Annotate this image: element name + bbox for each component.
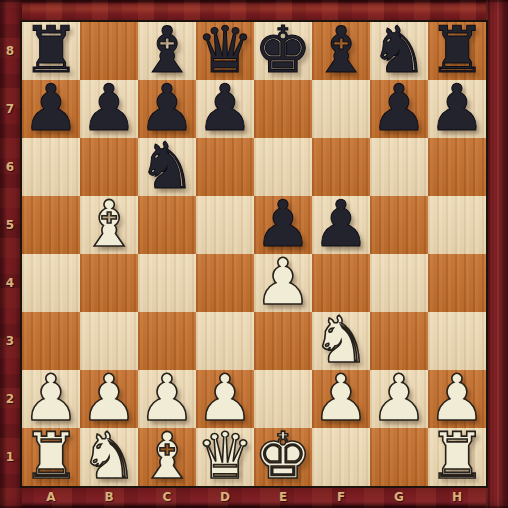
- white-queen-d1[interactable]: ♛: [196, 427, 254, 485]
- rank-label-1: 1: [0, 428, 20, 486]
- square-g7[interactable]: ♟: [370, 80, 428, 138]
- square-a1[interactable]: ♜: [22, 428, 80, 486]
- square-a4[interactable]: [22, 254, 80, 312]
- square-h1[interactable]: ♜: [428, 428, 486, 486]
- square-d5[interactable]: [196, 196, 254, 254]
- square-g1[interactable]: [370, 428, 428, 486]
- file-labels: ABCDEFGH: [22, 486, 486, 508]
- square-c1[interactable]: ♝: [138, 428, 196, 486]
- rank-label-3: 3: [0, 312, 20, 370]
- black-pawn-f5[interactable]: ♟: [312, 195, 370, 253]
- square-h7[interactable]: ♟: [428, 80, 486, 138]
- rank-label-6: 6: [0, 138, 20, 196]
- white-rook-h1[interactable]: ♜: [428, 427, 486, 485]
- black-pawn-a7[interactable]: ♟: [22, 79, 80, 137]
- square-b4[interactable]: [80, 254, 138, 312]
- white-pawn-e4[interactable]: ♟: [254, 253, 312, 311]
- black-pawn-h7[interactable]: ♟: [428, 79, 486, 137]
- white-king-e1[interactable]: ♚: [254, 427, 312, 485]
- square-c4[interactable]: [138, 254, 196, 312]
- file-label-d: D: [196, 486, 254, 508]
- board-border: ♜♝♛♚♝♞♜♟♟♟♟♟♟♞♝♟♟♟♞♟♟♟♟♟♟♟♜♞♝♛♚♜: [20, 20, 488, 488]
- chess-board-frame: 87654321 ABCDEFGH ♜♝♛♚♝♞♜♟♟♟♟♟♟♞♝♟♟♟♞♟♟♟…: [0, 0, 508, 508]
- square-g6[interactable]: [370, 138, 428, 196]
- square-f1[interactable]: [312, 428, 370, 486]
- square-h5[interactable]: [428, 196, 486, 254]
- file-label-a: A: [22, 486, 80, 508]
- black-knight-c6[interactable]: ♞: [138, 137, 196, 195]
- file-label-h: H: [428, 486, 486, 508]
- square-f7[interactable]: [312, 80, 370, 138]
- square-e8[interactable]: ♚: [254, 22, 312, 80]
- square-d4[interactable]: [196, 254, 254, 312]
- square-a5[interactable]: [22, 196, 80, 254]
- square-a7[interactable]: ♟: [22, 80, 80, 138]
- square-b5[interactable]: ♝: [80, 196, 138, 254]
- square-e4[interactable]: ♟: [254, 254, 312, 312]
- white-pawn-g2[interactable]: ♟: [370, 369, 428, 427]
- square-d6[interactable]: [196, 138, 254, 196]
- black-king-e8[interactable]: ♚: [254, 21, 312, 79]
- file-label-c: C: [138, 486, 196, 508]
- square-c6[interactable]: ♞: [138, 138, 196, 196]
- square-d7[interactable]: ♟: [196, 80, 254, 138]
- black-pawn-b7[interactable]: ♟: [80, 79, 138, 137]
- chess-board: ♜♝♛♚♝♞♜♟♟♟♟♟♟♞♝♟♟♟♞♟♟♟♟♟♟♟♜♞♝♛♚♜: [22, 22, 486, 486]
- rank-label-8: 8: [0, 22, 20, 80]
- file-label-e: E: [254, 486, 312, 508]
- square-g5[interactable]: [370, 196, 428, 254]
- black-bishop-f8[interactable]: ♝: [312, 21, 370, 79]
- rank-label-5: 5: [0, 196, 20, 254]
- black-pawn-g7[interactable]: ♟: [370, 79, 428, 137]
- frame-edge-right: [486, 0, 508, 508]
- white-pawn-f2[interactable]: ♟: [312, 369, 370, 427]
- white-knight-b1[interactable]: ♞: [80, 427, 138, 485]
- rank-label-7: 7: [0, 80, 20, 138]
- square-e1[interactable]: ♚: [254, 428, 312, 486]
- file-label-b: B: [80, 486, 138, 508]
- white-rook-a1[interactable]: ♜: [22, 427, 80, 485]
- rank-label-2: 2: [0, 370, 20, 428]
- square-h6[interactable]: [428, 138, 486, 196]
- square-b1[interactable]: ♞: [80, 428, 138, 486]
- square-f2[interactable]: ♟: [312, 370, 370, 428]
- square-g4[interactable]: [370, 254, 428, 312]
- rank-label-4: 4: [0, 254, 20, 312]
- square-d1[interactable]: ♛: [196, 428, 254, 486]
- file-label-g: G: [370, 486, 428, 508]
- square-h4[interactable]: [428, 254, 486, 312]
- square-e7[interactable]: [254, 80, 312, 138]
- square-c5[interactable]: [138, 196, 196, 254]
- square-a6[interactable]: [22, 138, 80, 196]
- square-b7[interactable]: ♟: [80, 80, 138, 138]
- white-bishop-c1[interactable]: ♝: [138, 427, 196, 485]
- square-f5[interactable]: ♟: [312, 196, 370, 254]
- rank-labels: 87654321: [0, 22, 20, 486]
- square-e3[interactable]: [254, 312, 312, 370]
- white-bishop-b5[interactable]: ♝: [80, 195, 138, 253]
- black-pawn-d7[interactable]: ♟: [196, 79, 254, 137]
- square-f8[interactable]: ♝: [312, 22, 370, 80]
- file-label-f: F: [312, 486, 370, 508]
- square-g2[interactable]: ♟: [370, 370, 428, 428]
